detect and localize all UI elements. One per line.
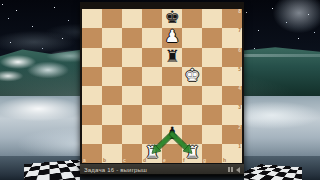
rank-label-7: 7: [238, 28, 241, 33]
square-e7[interactable]: ♟: [162, 28, 182, 47]
square-c4[interactable]: [122, 86, 142, 105]
square-c6[interactable]: [122, 48, 142, 67]
file-label-h: h: [223, 158, 226, 163]
scene: ♚8♟7♜6♚543♟2abcd♜ef♜g1h Задача 16 - выиг…: [0, 0, 320, 180]
square-a7[interactable]: [82, 28, 102, 47]
square-d2[interactable]: [142, 125, 162, 144]
square-d7[interactable]: [142, 28, 162, 47]
square-d8[interactable]: [142, 9, 162, 28]
square-f1[interactable]: f♜: [182, 144, 202, 163]
rank-label-5: 5: [238, 67, 241, 72]
square-b3[interactable]: [102, 105, 122, 124]
square-b1[interactable]: b: [102, 144, 122, 163]
checkered-floor-left: [24, 144, 80, 180]
square-h3[interactable]: 3: [222, 105, 242, 124]
caption-controls: [227, 167, 240, 173]
square-f2[interactable]: [182, 125, 202, 144]
square-c5[interactable]: [122, 67, 142, 86]
checkered-floor-tiles: [244, 164, 302, 180]
piece-white-rook[interactable]: ♜: [184, 144, 199, 161]
square-b8[interactable]: [102, 9, 122, 28]
square-f3[interactable]: [182, 105, 202, 124]
square-e2[interactable]: ♟: [162, 125, 182, 144]
square-b6[interactable]: [102, 48, 122, 67]
square-d5[interactable]: [142, 67, 162, 86]
square-a5[interactable]: [82, 67, 102, 86]
square-f8[interactable]: [182, 9, 202, 28]
square-c8[interactable]: [122, 9, 142, 28]
square-c1[interactable]: c: [122, 144, 142, 163]
square-h7[interactable]: 7: [222, 28, 242, 47]
chess-board[interactable]: ♚8♟7♜6♚543♟2abcd♜ef♜g1h: [82, 9, 242, 163]
square-b4[interactable]: [102, 86, 122, 105]
stars: [2, 4, 3, 5]
square-h2[interactable]: 2: [222, 125, 242, 144]
square-a6[interactable]: [82, 48, 102, 67]
file-label-c: c: [123, 158, 126, 163]
piece-black-rook[interactable]: ♜: [164, 48, 179, 65]
file-label-a: a: [83, 158, 86, 163]
piece-white-pawn[interactable]: ♟: [164, 28, 179, 45]
file-label-e: e: [163, 158, 166, 163]
square-a8[interactable]: [82, 9, 102, 28]
square-c2[interactable]: [122, 125, 142, 144]
square-d6[interactable]: [142, 48, 162, 67]
square-g8[interactable]: [202, 9, 222, 28]
caption-text: Задача 16 - выигрыш: [84, 167, 147, 173]
piece-black-king[interactable]: ♚: [164, 9, 179, 26]
pause-icon[interactable]: [228, 167, 230, 172]
rank-label-3: 3: [238, 105, 241, 110]
square-h5[interactable]: 5: [222, 67, 242, 86]
square-d3[interactable]: [142, 105, 162, 124]
square-g6[interactable]: [202, 48, 222, 67]
piece-white-king[interactable]: ♚: [184, 67, 199, 84]
square-f5[interactable]: ♚: [182, 67, 202, 86]
chess-puzzle-window: ♚8♟7♜6♚543♟2abcd♜ef♜g1h Задача 16 - выиг…: [80, 2, 244, 175]
square-a3[interactable]: [82, 105, 102, 124]
square-f6[interactable]: [182, 48, 202, 67]
square-b5[interactable]: [102, 67, 122, 86]
square-g7[interactable]: [202, 28, 222, 47]
square-d4[interactable]: [142, 86, 162, 105]
square-e5[interactable]: [162, 67, 182, 86]
piece-white-rook[interactable]: ♜: [144, 144, 159, 161]
file-label-b: b: [103, 158, 106, 163]
file-label-g: g: [203, 158, 206, 163]
square-e4[interactable]: [162, 86, 182, 105]
square-g5[interactable]: [202, 67, 222, 86]
square-f4[interactable]: [182, 86, 202, 105]
piece-black-pawn[interactable]: ♟: [164, 125, 179, 142]
square-g3[interactable]: [202, 105, 222, 124]
moon-glow: [264, 0, 320, 40]
rank-label-6: 6: [238, 48, 241, 53]
checkered-floor-right: [244, 148, 302, 180]
rank-label-2: 2: [238, 125, 241, 130]
square-h8[interactable]: 8: [222, 9, 242, 28]
square-e8[interactable]: ♚: [162, 9, 182, 28]
rank-label-8: 8: [238, 9, 241, 14]
square-a2[interactable]: [82, 125, 102, 144]
square-a1[interactable]: a: [82, 144, 102, 163]
square-g2[interactable]: [202, 125, 222, 144]
board-shadow: [80, 174, 244, 180]
pause-icon[interactable]: [231, 167, 233, 172]
board-frame: ♚8♟7♜6♚543♟2abcd♜ef♜g1h: [80, 2, 244, 163]
square-f7[interactable]: [182, 28, 202, 47]
checkered-floor-tiles: [24, 158, 80, 180]
square-e6[interactable]: ♜: [162, 48, 182, 67]
square-c3[interactable]: [122, 105, 142, 124]
square-h4[interactable]: 4: [222, 86, 242, 105]
square-g1[interactable]: g: [202, 144, 222, 163]
square-e1[interactable]: e: [162, 144, 182, 163]
square-g4[interactable]: [202, 86, 222, 105]
square-c7[interactable]: [122, 28, 142, 47]
square-b7[interactable]: [102, 28, 122, 47]
rank-label-1: 1: [238, 144, 241, 149]
rank-label-4: 4: [238, 86, 241, 91]
square-h1[interactable]: 1h: [222, 144, 242, 163]
square-e3[interactable]: [162, 105, 182, 124]
square-h6[interactable]: 6: [222, 48, 242, 67]
square-a4[interactable]: [82, 86, 102, 105]
step-back-icon[interactable]: [236, 167, 240, 173]
square-d1[interactable]: d♜: [142, 144, 162, 163]
square-b2[interactable]: [102, 125, 122, 144]
